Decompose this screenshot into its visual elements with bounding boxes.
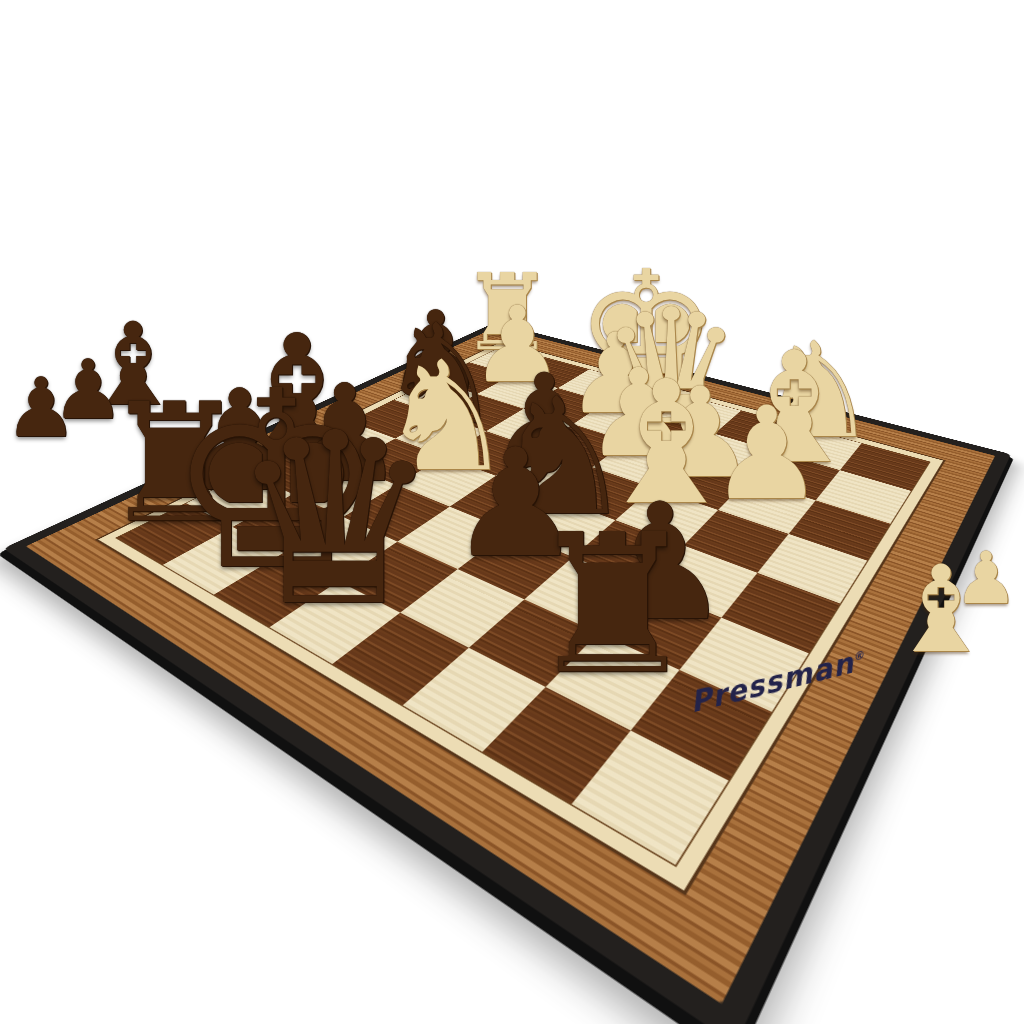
piece-black-pawn: ♟	[51, 349, 125, 431]
scene: Pressman® ♜♚♞♟♟♛♝♟♟♟♟♞♟♝♞♞♝♟♟♟♟♜♜♚♛ ♟♟♝ …	[0, 0, 1024, 1024]
registered-mark-icon: ®	[852, 649, 865, 665]
piece-black-pawn: ♟	[4, 367, 78, 449]
board-grid	[117, 346, 930, 865]
board-inner-border	[95, 341, 946, 895]
piece-black-bishop: ♝	[82, 308, 184, 422]
